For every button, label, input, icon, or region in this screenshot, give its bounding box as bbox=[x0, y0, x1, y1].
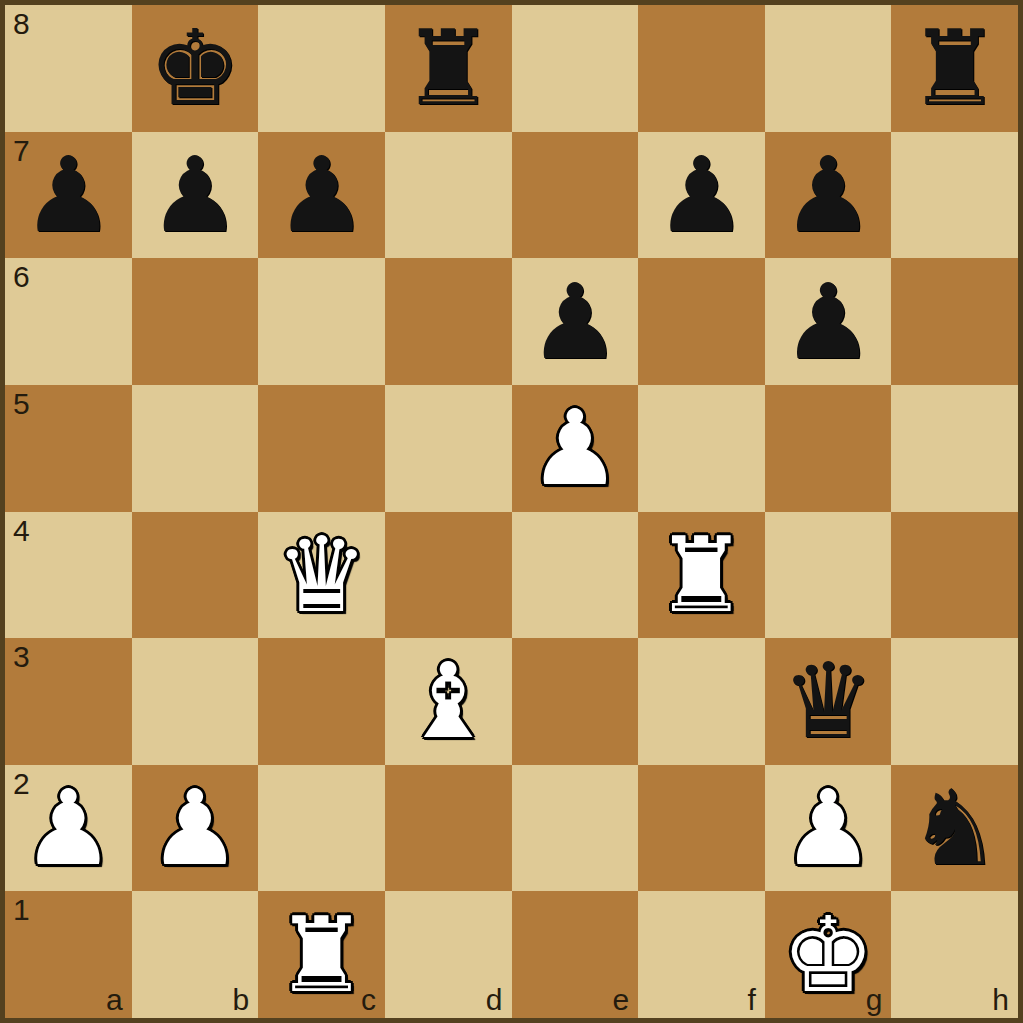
square-f3[interactable] bbox=[638, 638, 765, 765]
white-pawn[interactable]: ♟ bbox=[148, 776, 241, 880]
square-c5[interactable] bbox=[258, 385, 385, 512]
square-c3[interactable] bbox=[258, 638, 385, 765]
square-b4[interactable] bbox=[132, 512, 259, 639]
square-h8[interactable]: ♜ bbox=[891, 5, 1018, 132]
square-a4[interactable]: 4 bbox=[5, 512, 132, 639]
square-g3[interactable]: ♛ bbox=[765, 638, 892, 765]
rank-label-1: 1 bbox=[13, 893, 30, 927]
square-f7[interactable]: ♟ bbox=[638, 132, 765, 259]
square-d4[interactable] bbox=[385, 512, 512, 639]
square-b6[interactable] bbox=[132, 258, 259, 385]
square-b1[interactable]: b bbox=[132, 891, 259, 1018]
square-g6[interactable]: ♟ bbox=[765, 258, 892, 385]
square-f5[interactable] bbox=[638, 385, 765, 512]
file-label-b: b bbox=[233, 983, 250, 1017]
black-pawn[interactable]: ♟ bbox=[781, 270, 874, 374]
square-c2[interactable] bbox=[258, 765, 385, 892]
square-f4[interactable]: ♜ bbox=[638, 512, 765, 639]
square-c4[interactable]: ♛ bbox=[258, 512, 385, 639]
black-pawn[interactable]: ♟ bbox=[781, 143, 874, 247]
black-pawn[interactable]: ♟ bbox=[22, 143, 115, 247]
black-rook[interactable]: ♜ bbox=[402, 16, 495, 120]
file-label-e: e bbox=[612, 983, 629, 1017]
file-label-a: a bbox=[106, 983, 123, 1017]
square-b8[interactable]: ♚ bbox=[132, 5, 259, 132]
white-queen[interactable]: ♛ bbox=[275, 523, 368, 627]
square-b7[interactable]: ♟ bbox=[132, 132, 259, 259]
square-g1[interactable]: g♚ bbox=[765, 891, 892, 1018]
square-f6[interactable] bbox=[638, 258, 765, 385]
square-h7[interactable] bbox=[891, 132, 1018, 259]
square-a8[interactable]: 8 bbox=[5, 5, 132, 132]
square-d6[interactable] bbox=[385, 258, 512, 385]
square-g7[interactable]: ♟ bbox=[765, 132, 892, 259]
square-h4[interactable] bbox=[891, 512, 1018, 639]
square-f2[interactable] bbox=[638, 765, 765, 892]
square-e6[interactable]: ♟ bbox=[512, 258, 639, 385]
white-pawn[interactable]: ♟ bbox=[781, 776, 874, 880]
chess-board-frame: 8♚♜♜7♟♟♟♟♟6♟♟5♟4♛♜3♝♛2♟♟♟♞1abc♜defg♚h bbox=[0, 0, 1023, 1023]
black-queen[interactable]: ♛ bbox=[781, 649, 874, 753]
square-c1[interactable]: c♜ bbox=[258, 891, 385, 1018]
chess-board: 8♚♜♜7♟♟♟♟♟6♟♟5♟4♛♜3♝♛2♟♟♟♞1abc♜defg♚h bbox=[5, 5, 1018, 1018]
square-a1[interactable]: 1a bbox=[5, 891, 132, 1018]
square-a2[interactable]: 2♟ bbox=[5, 765, 132, 892]
square-e1[interactable]: e bbox=[512, 891, 639, 1018]
file-label-f: f bbox=[747, 983, 755, 1017]
rank-label-6: 6 bbox=[13, 260, 30, 294]
square-h2[interactable]: ♞ bbox=[891, 765, 1018, 892]
square-g4[interactable] bbox=[765, 512, 892, 639]
black-rook[interactable]: ♜ bbox=[908, 16, 1001, 120]
square-e7[interactable] bbox=[512, 132, 639, 259]
black-pawn[interactable]: ♟ bbox=[275, 143, 368, 247]
square-e8[interactable] bbox=[512, 5, 639, 132]
square-c7[interactable]: ♟ bbox=[258, 132, 385, 259]
square-b2[interactable]: ♟ bbox=[132, 765, 259, 892]
square-c6[interactable] bbox=[258, 258, 385, 385]
black-pawn[interactable]: ♟ bbox=[148, 143, 241, 247]
black-pawn[interactable]: ♟ bbox=[528, 270, 621, 374]
square-b3[interactable] bbox=[132, 638, 259, 765]
square-d8[interactable]: ♜ bbox=[385, 5, 512, 132]
file-label-d: d bbox=[486, 983, 503, 1017]
white-pawn[interactable]: ♟ bbox=[528, 396, 621, 500]
black-knight[interactable]: ♞ bbox=[908, 776, 1001, 880]
square-d2[interactable] bbox=[385, 765, 512, 892]
square-g8[interactable] bbox=[765, 5, 892, 132]
rank-label-8: 8 bbox=[13, 7, 30, 41]
square-d3[interactable]: ♝ bbox=[385, 638, 512, 765]
square-a3[interactable]: 3 bbox=[5, 638, 132, 765]
white-bishop[interactable]: ♝ bbox=[402, 649, 495, 753]
square-h3[interactable] bbox=[891, 638, 1018, 765]
white-king[interactable]: ♚ bbox=[781, 903, 874, 1007]
square-g5[interactable] bbox=[765, 385, 892, 512]
square-e3[interactable] bbox=[512, 638, 639, 765]
rank-label-4: 4 bbox=[13, 514, 30, 548]
square-a6[interactable]: 6 bbox=[5, 258, 132, 385]
rank-label-3: 3 bbox=[13, 640, 30, 674]
square-d5[interactable] bbox=[385, 385, 512, 512]
square-a5[interactable]: 5 bbox=[5, 385, 132, 512]
square-h5[interactable] bbox=[891, 385, 1018, 512]
file-label-h: h bbox=[992, 983, 1009, 1017]
square-e4[interactable] bbox=[512, 512, 639, 639]
square-f8[interactable] bbox=[638, 5, 765, 132]
square-h1[interactable]: h bbox=[891, 891, 1018, 1018]
square-e2[interactable] bbox=[512, 765, 639, 892]
square-f1[interactable]: f bbox=[638, 891, 765, 1018]
rank-label-5: 5 bbox=[13, 387, 30, 421]
white-rook[interactable]: ♜ bbox=[655, 523, 748, 627]
square-d7[interactable] bbox=[385, 132, 512, 259]
black-pawn[interactable]: ♟ bbox=[655, 143, 748, 247]
square-c8[interactable] bbox=[258, 5, 385, 132]
square-d1[interactable]: d bbox=[385, 891, 512, 1018]
white-pawn[interactable]: ♟ bbox=[22, 776, 115, 880]
square-e5[interactable]: ♟ bbox=[512, 385, 639, 512]
square-b5[interactable] bbox=[132, 385, 259, 512]
square-h6[interactable] bbox=[891, 258, 1018, 385]
black-king[interactable]: ♚ bbox=[148, 16, 241, 120]
white-rook[interactable]: ♜ bbox=[275, 903, 368, 1007]
square-g2[interactable]: ♟ bbox=[765, 765, 892, 892]
square-a7[interactable]: 7♟ bbox=[5, 132, 132, 259]
